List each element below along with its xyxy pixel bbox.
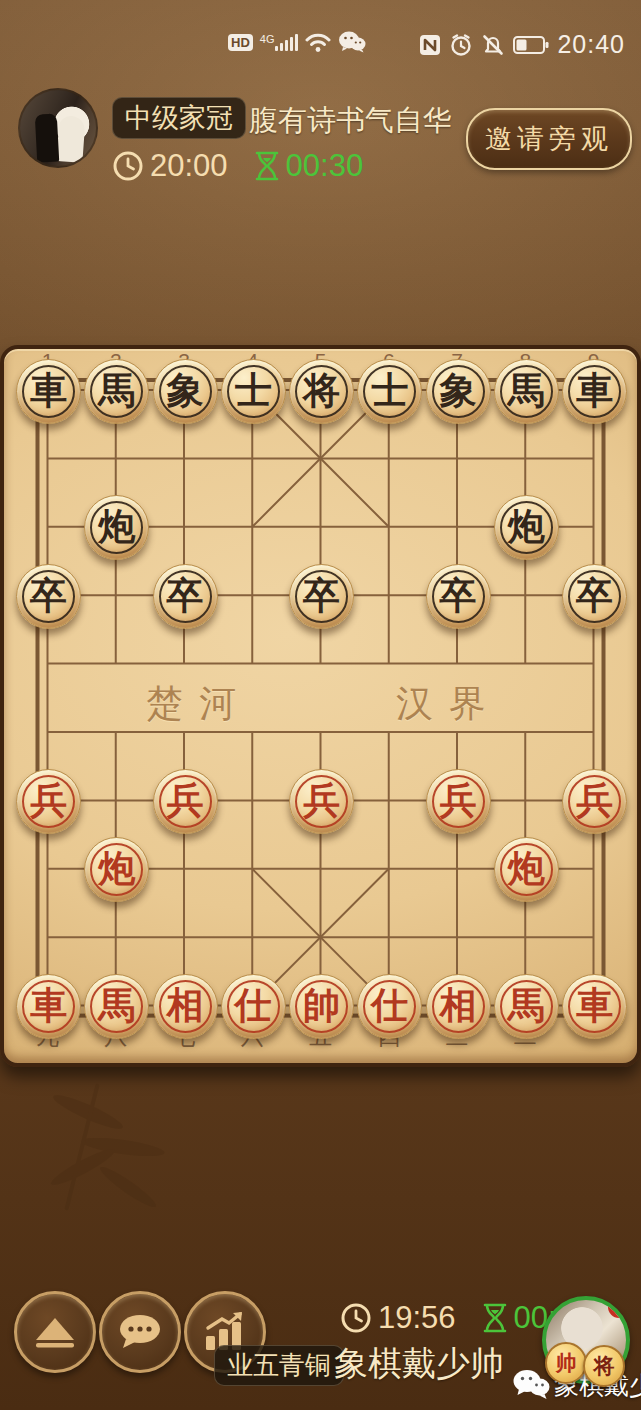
signal-icon (275, 33, 298, 51)
piece-glyph: 炮 (98, 850, 135, 887)
chat-bubble-icon (116, 1311, 164, 1353)
opponent-move-time: 00:30 (286, 148, 364, 184)
player-total-time: 19:56 (378, 1300, 456, 1336)
piece-glyph: 車 (576, 372, 613, 409)
piece-glyph: 馬 (508, 987, 545, 1024)
opponent-rank-badge: 中级家冠 (112, 97, 246, 139)
avatar-piece-black-general: 将 (583, 1345, 625, 1387)
red-piece-N[interactable]: 馬 (494, 974, 559, 1039)
alarm-icon (449, 33, 473, 57)
black-piece-r[interactable]: 車 (562, 359, 627, 424)
piece-glyph: 卒 (303, 577, 340, 614)
red-piece-A[interactable]: 仕 (221, 974, 286, 1039)
network-type-label: 4G (260, 33, 275, 45)
clock-icon (340, 1302, 372, 1334)
black-piece-r[interactable]: 車 (16, 359, 81, 424)
red-piece-A[interactable]: 仕 (357, 974, 422, 1039)
black-piece-p[interactable]: 卒 (426, 564, 491, 629)
piece-glyph: 兵 (303, 782, 340, 819)
nfc-icon (419, 34, 441, 56)
piece-glyph: 炮 (508, 508, 545, 545)
river-label-left: 楚河 (146, 679, 252, 729)
player-rank-badge: 业五青铜 (214, 1345, 344, 1386)
hourglass-icon (482, 1302, 508, 1334)
bamboo-decoration (28, 1072, 198, 1222)
black-piece-p[interactable]: 卒 (16, 564, 81, 629)
black-piece-a[interactable]: 士 (221, 359, 286, 424)
red-piece-P[interactable]: 兵 (16, 769, 81, 834)
xiangqi-board[interactable]: 123456789 九八七六五四三二一 楚河 汉界 車馬象士将士象馬車炮炮卒卒卒… (0, 345, 641, 1067)
piece-glyph: 相 (440, 987, 477, 1024)
piece-glyph: 仕 (235, 987, 272, 1024)
black-piece-c[interactable]: 炮 (494, 495, 559, 560)
piece-glyph: 兵 (440, 782, 477, 819)
red-piece-R[interactable]: 車 (562, 974, 627, 1039)
black-piece-b[interactable]: 象 (426, 359, 491, 424)
battery-icon (513, 35, 549, 55)
opponent-total-time: 20:00 (150, 148, 228, 184)
piece-glyph: 車 (576, 987, 613, 1024)
opponent-timers: 20:00 00:30 (112, 148, 363, 184)
opponent-name: 腹有诗书气自华 (249, 101, 452, 141)
black-piece-p[interactable]: 卒 (562, 564, 627, 629)
black-piece-a[interactable]: 士 (357, 359, 422, 424)
piece-glyph: 卒 (30, 577, 67, 614)
piece-glyph: 相 (167, 987, 204, 1024)
piece-glyph: 兵 (30, 782, 67, 819)
piece-glyph: 炮 (98, 508, 135, 545)
invite-spectate-button[interactable]: 邀请旁观 (466, 108, 632, 170)
piece-glyph: 兵 (167, 782, 204, 819)
black-piece-n[interactable]: 馬 (494, 359, 559, 424)
red-piece-P[interactable]: 兵 (562, 769, 627, 834)
piece-glyph: 兵 (576, 782, 613, 819)
red-piece-P[interactable]: 兵 (153, 769, 218, 834)
black-piece-p[interactable]: 卒 (153, 564, 218, 629)
piece-glyph: 馬 (98, 372, 135, 409)
red-piece-P[interactable]: 兵 (289, 769, 354, 834)
piece-glyph: 士 (235, 372, 272, 409)
black-piece-k[interactable]: 将 (289, 359, 354, 424)
red-piece-C[interactable]: 炮 (494, 837, 559, 902)
piece-glyph: 象 (167, 372, 204, 409)
red-piece-P[interactable]: 兵 (426, 769, 491, 834)
player-name: 象棋戴少帅 (334, 1341, 504, 1387)
opponent-avatar[interactable] (18, 88, 98, 168)
mute-icon (481, 33, 505, 57)
wechat-icon (338, 30, 366, 54)
red-piece-N[interactable]: 馬 (84, 974, 149, 1039)
board-grid (4, 349, 637, 1063)
red-piece-B[interactable]: 相 (426, 974, 491, 1039)
piece-glyph: 将 (303, 372, 340, 409)
piece-glyph: 象 (440, 372, 477, 409)
collapse-button[interactable] (14, 1291, 96, 1373)
avatar-piece-red-general: 帅 (545, 1342, 587, 1384)
clock-icon (112, 150, 144, 182)
piece-glyph: 帥 (303, 987, 340, 1024)
status-time: 20:40 (557, 30, 625, 59)
piece-glyph: 馬 (508, 372, 545, 409)
piece-glyph: 卒 (576, 577, 613, 614)
hd-icon: HD (228, 34, 253, 51)
piece-glyph: 士 (371, 372, 408, 409)
status-bar: HD 4G (0, 26, 641, 64)
red-piece-R[interactable]: 車 (16, 974, 81, 1039)
river-label-right: 汉界 (396, 679, 502, 729)
piece-glyph: 車 (30, 987, 67, 1024)
wifi-icon (305, 31, 331, 53)
red-piece-K[interactable]: 帥 (289, 974, 354, 1039)
piece-glyph: 卒 (167, 577, 204, 614)
piece-glyph: 馬 (98, 987, 135, 1024)
piece-glyph: 卒 (440, 577, 477, 614)
chat-button[interactable] (99, 1291, 181, 1373)
triangle-up-icon (32, 1312, 78, 1352)
black-piece-b[interactable]: 象 (153, 359, 218, 424)
piece-glyph: 車 (30, 372, 67, 409)
red-piece-B[interactable]: 相 (153, 974, 218, 1039)
hourglass-icon (254, 150, 280, 182)
black-piece-p[interactable]: 卒 (289, 564, 354, 629)
black-piece-n[interactable]: 馬 (84, 359, 149, 424)
piece-glyph: 仕 (371, 987, 408, 1024)
piece-glyph: 炮 (508, 850, 545, 887)
wechat-logo-icon (512, 1368, 550, 1402)
